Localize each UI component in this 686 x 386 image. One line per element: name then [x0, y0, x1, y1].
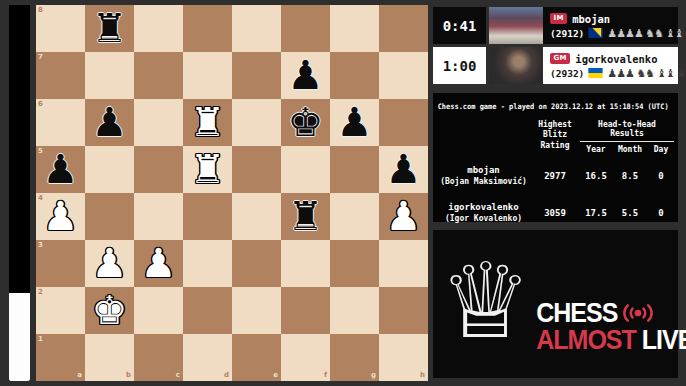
file-label-g: g: [371, 372, 376, 379]
square-d7[interactable]: [183, 52, 232, 99]
rating-black: (2912): [550, 28, 584, 39]
square-d1[interactable]: d: [183, 334, 232, 381]
logo-word-almost: ALMOST: [536, 326, 636, 354]
title-badge-gm: GM: [550, 53, 570, 64]
file-label-e: e: [273, 372, 278, 379]
black-rook[interactable]: ♜: [288, 196, 324, 236]
square-h4[interactable]: ♟: [379, 193, 428, 240]
square-e5[interactable]: [232, 146, 281, 193]
file-label-d: d: [224, 372, 229, 379]
white-pawn[interactable]: ♟: [386, 196, 422, 236]
file-label-a: a: [77, 372, 82, 379]
square-a7[interactable]: 7: [36, 52, 85, 99]
square-a2[interactable]: 2: [36, 287, 85, 334]
title-badge-im: IM: [550, 13, 567, 24]
square-g2[interactable]: [330, 287, 379, 334]
square-g5[interactable]: [330, 146, 379, 193]
h2h-results-header: Head-to-Head Results: [580, 120, 674, 142]
logo-word-live: LIVE: [642, 326, 686, 354]
black-pawn[interactable]: ♟: [337, 102, 373, 142]
file-label-h: h: [420, 372, 425, 379]
square-e6[interactable]: [232, 99, 281, 146]
broadcast-icon: [622, 303, 654, 323]
square-a4[interactable]: 4♟: [36, 193, 85, 240]
square-f8[interactable]: [281, 5, 330, 52]
square-d6[interactable]: ♜: [183, 99, 232, 146]
white-pawn[interactable]: ♟: [43, 196, 79, 236]
white-pawn[interactable]: ♟: [141, 243, 177, 283]
square-h7[interactable]: [379, 52, 428, 99]
white-king[interactable]: ♚: [92, 290, 128, 330]
evaluation-bar-white-section: [9, 293, 30, 381]
highest-blitz-rating-header: Highest Blitz Rating: [530, 120, 580, 154]
square-c4[interactable]: [134, 193, 183, 240]
avatar-black-player: [489, 7, 543, 44]
square-g4[interactable]: [330, 193, 379, 240]
square-f4[interactable]: ♜: [281, 193, 330, 240]
square-h5[interactable]: ♟: [379, 146, 428, 193]
square-c6[interactable]: [134, 99, 183, 146]
square-c1[interactable]: c: [134, 334, 183, 381]
white-rook[interactable]: ♜: [190, 149, 226, 189]
username-white: igorkovalenko: [575, 53, 657, 65]
square-h6[interactable]: [379, 99, 428, 146]
queen-sketch-icon: ♕: [439, 249, 532, 353]
square-f2[interactable]: [281, 287, 330, 334]
captured-pieces-by-black: ♟♟♟♟ ♞♞ ♝♝ ♛: [607, 28, 686, 39]
rank-label-3: 3: [38, 242, 43, 249]
h2h-table-header: Highest Blitz Rating Head-to-Head Result…: [433, 120, 678, 154]
rank-label-8: 8: [38, 7, 43, 14]
square-b7[interactable]: [85, 52, 134, 99]
square-e4[interactable]: [232, 193, 281, 240]
clock-white: 1:00: [433, 47, 489, 84]
square-e7[interactable]: [232, 52, 281, 99]
white-pawn[interactable]: ♟: [92, 243, 128, 283]
square-f3[interactable]: [281, 240, 330, 287]
square-e8[interactable]: [232, 5, 281, 52]
h2h-row-igorkovalenko: igorkovalenko (Igor Kovalenko) 3059 17.5…: [433, 202, 678, 223]
black-pawn[interactable]: ♟: [43, 149, 79, 189]
square-g7[interactable]: [330, 52, 379, 99]
square-d4[interactable]: [183, 193, 232, 240]
player-card-black: 0:41 IM mbojan (2912) ♟♟♟♟ ♞♞ ♝♝ ♛ +1: [433, 7, 678, 44]
square-b4[interactable]: [85, 193, 134, 240]
square-d5[interactable]: ♜: [183, 146, 232, 193]
square-g1[interactable]: g: [330, 334, 379, 381]
square-c2[interactable]: [134, 287, 183, 334]
square-b8[interactable]: ♜: [85, 5, 134, 52]
black-pawn[interactable]: ♟: [92, 102, 128, 142]
square-f1[interactable]: f: [281, 334, 330, 381]
black-rook[interactable]: ♜: [92, 8, 128, 48]
square-e3[interactable]: [232, 240, 281, 287]
square-b6[interactable]: ♟: [85, 99, 134, 146]
square-c7[interactable]: [134, 52, 183, 99]
captured-pieces-by-white: ♟♟♟ ♞♞ ♝♝ ♛: [607, 68, 685, 79]
black-pawn[interactable]: ♟: [386, 149, 422, 189]
square-f5[interactable]: [281, 146, 330, 193]
stream-overlay: 8♜7♟6♟♜♚♟5♟♜♟4♟♜♟3♟♟2♚1abcdefgh 0:41 IM …: [0, 0, 686, 386]
square-d3[interactable]: [183, 240, 232, 287]
rank-label-1: 1: [38, 336, 43, 343]
rank-label-6: 6: [38, 101, 43, 108]
square-g8[interactable]: [330, 5, 379, 52]
white-rook[interactable]: ♜: [190, 102, 226, 142]
square-a3[interactable]: 3: [36, 240, 85, 287]
username-black: mbojan: [572, 13, 610, 25]
square-g3[interactable]: [330, 240, 379, 287]
h2h-row-mbojan: mbojan (Bojan Maksimović) 2977 16.5 8.5 …: [433, 165, 678, 186]
file-label-b: b: [126, 372, 131, 379]
black-pawn[interactable]: ♟: [288, 55, 324, 95]
square-b3[interactable]: ♟: [85, 240, 134, 287]
game-info-title: Chess.com game - played on 2023.12.12 at…: [433, 93, 661, 111]
square-a1[interactable]: 1a: [36, 334, 85, 381]
black-king[interactable]: ♚: [288, 102, 324, 142]
square-f6[interactable]: ♚: [281, 99, 330, 146]
square-a6[interactable]: 6: [36, 99, 85, 146]
square-h2[interactable]: [379, 287, 428, 334]
square-c3[interactable]: ♟: [134, 240, 183, 287]
bosnia-flag-icon: [588, 28, 603, 38]
evaluation-bar: [9, 5, 30, 381]
square-g6[interactable]: ♟: [330, 99, 379, 146]
square-c5[interactable]: [134, 146, 183, 193]
rank-label-2: 2: [38, 289, 43, 296]
rating-white: (2932): [550, 68, 584, 79]
square-b1[interactable]: b: [85, 334, 134, 381]
h2h-column-headers: Year Month Day: [580, 145, 674, 154]
game-info-panel: Chess.com game - played on 2023.12.12 at…: [433, 93, 678, 222]
square-b2[interactable]: ♚: [85, 287, 134, 334]
file-label-c: c: [176, 372, 180, 379]
rank-label-7: 7: [38, 54, 43, 61]
chess-board[interactable]: 8♜7♟6♟♜♚♟5♟♜♟4♟♜♟3♟♟2♚1abcdefgh: [36, 5, 428, 381]
file-label-f: f: [324, 372, 327, 379]
ukraine-flag-icon: [588, 68, 603, 78]
square-h1[interactable]: h: [379, 334, 428, 381]
square-c8[interactable]: [134, 5, 183, 52]
player-card-white: 1:00 GM igorkovalenko (2932) ♟♟♟ ♞♞ ♝♝ ♛: [433, 47, 678, 84]
square-e2[interactable]: [232, 287, 281, 334]
square-h8[interactable]: [379, 5, 428, 52]
square-b5[interactable]: [85, 146, 134, 193]
square-d2[interactable]: [183, 287, 232, 334]
chess-almost-live-logo: ♕ CHESS ALMOST LIVE: [433, 230, 678, 378]
square-a5[interactable]: 5♟: [36, 146, 85, 193]
clock-black: 0:41: [433, 7, 489, 44]
avatar-white-player: [489, 47, 543, 84]
square-f7[interactable]: ♟: [281, 52, 330, 99]
square-h3[interactable]: [379, 240, 428, 287]
square-e1[interactable]: e: [232, 334, 281, 381]
square-a8[interactable]: 8: [36, 5, 85, 52]
square-d8[interactable]: [183, 5, 232, 52]
